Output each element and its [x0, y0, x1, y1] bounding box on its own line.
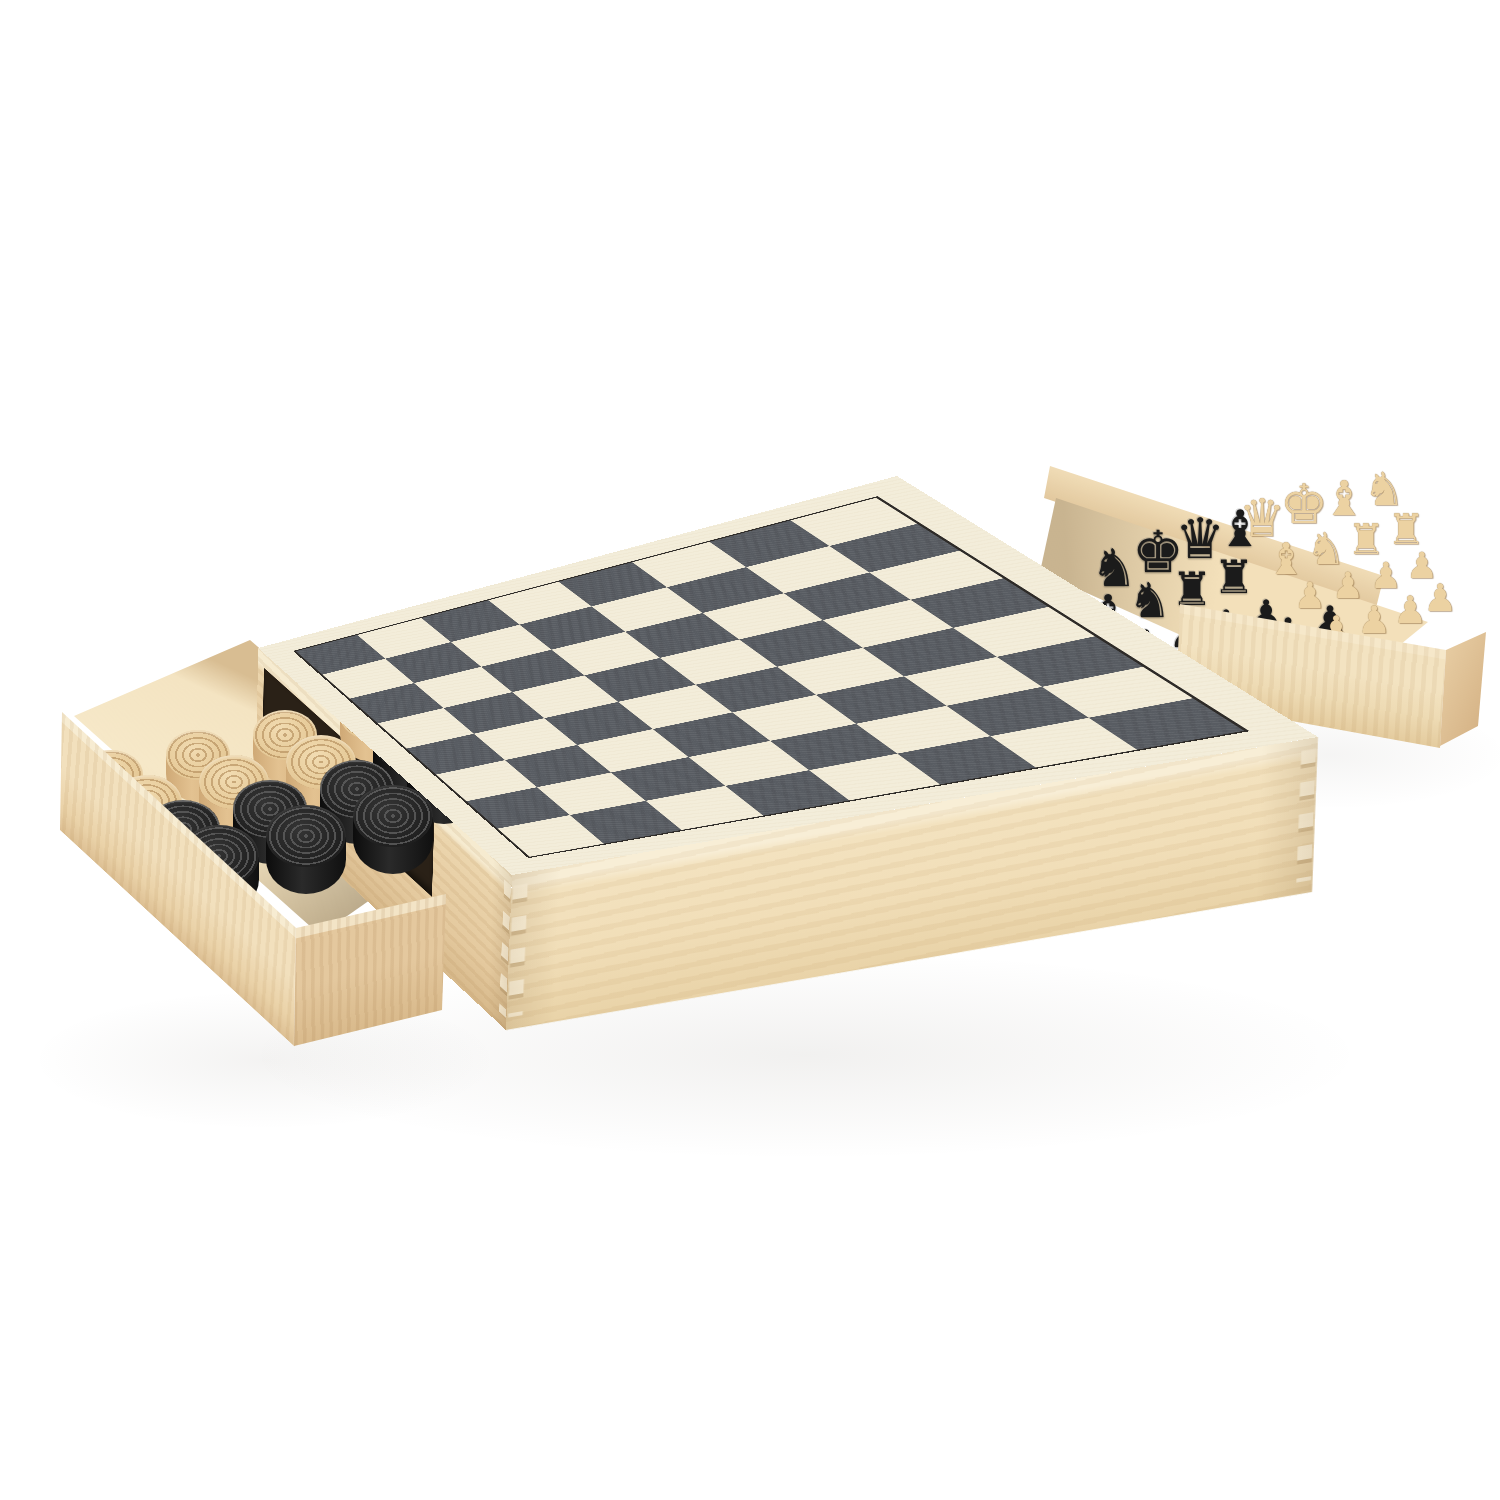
- chess-piece-light-pawn: ♟: [1389, 591, 1431, 629]
- chess-piece-light-pawn: ♟: [1353, 601, 1395, 639]
- disc-top: [266, 805, 346, 867]
- product-photo-scene: Wooden game box with printed chess / dra…: [0, 0, 1500, 1500]
- draughts-disc-dark: [353, 785, 433, 874]
- draughts-disc-dark: [266, 805, 346, 894]
- corner-shading: [506, 867, 560, 1030]
- corner-shading: [1256, 737, 1318, 902]
